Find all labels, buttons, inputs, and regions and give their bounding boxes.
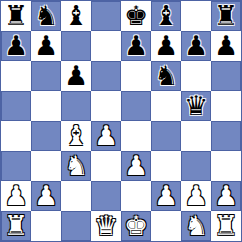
square-e8[interactable]: ♚ <box>121 1 151 31</box>
square-h3[interactable] <box>211 151 241 181</box>
white-bishop-piece: ♝ <box>64 121 88 151</box>
white-pawn-piece: ♟ <box>94 121 118 151</box>
square-c1[interactable] <box>61 211 91 241</box>
square-c5[interactable] <box>61 91 91 121</box>
white-pawn-piece: ♟ <box>214 181 238 211</box>
square-d1[interactable]: ♛ <box>91 211 121 241</box>
square-c3[interactable]: ♞ <box>61 151 91 181</box>
square-a7[interactable]: ♟ <box>1 31 31 61</box>
square-d8[interactable] <box>91 1 121 31</box>
white-rook-piece: ♜ <box>4 211 28 241</box>
black-bishop-piece: ♝ <box>64 1 88 31</box>
square-h7[interactable]: ♟ <box>211 31 241 61</box>
square-g3[interactable] <box>181 151 211 181</box>
square-e6[interactable] <box>121 61 151 91</box>
black-pawn-piece: ♟ <box>154 31 178 61</box>
white-pawn-piece: ♟ <box>184 181 208 211</box>
square-b8[interactable]: ♞ <box>31 1 61 31</box>
square-d5[interactable] <box>91 91 121 121</box>
square-g1[interactable]: ♞ <box>181 211 211 241</box>
black-pawn-piece: ♟ <box>64 61 88 91</box>
square-c2[interactable] <box>61 181 91 211</box>
white-rook-piece: ♜ <box>214 211 238 241</box>
square-g6[interactable] <box>181 61 211 91</box>
black-bishop-piece: ♝ <box>154 1 178 31</box>
white-knight-piece: ♞ <box>64 151 88 181</box>
square-f1[interactable] <box>151 211 181 241</box>
black-queen-piece: ♛ <box>184 91 208 121</box>
square-f8[interactable]: ♝ <box>151 1 181 31</box>
square-h4[interactable] <box>211 121 241 151</box>
square-d3[interactable] <box>91 151 121 181</box>
white-pawn-piece: ♟ <box>34 181 58 211</box>
white-king-piece: ♚ <box>124 211 148 241</box>
square-e4[interactable] <box>121 121 151 151</box>
square-g2[interactable]: ♟ <box>181 181 211 211</box>
square-a4[interactable] <box>1 121 31 151</box>
white-pawn-piece: ♟ <box>154 181 178 211</box>
square-a2[interactable]: ♟ <box>1 181 31 211</box>
square-h2[interactable]: ♟ <box>211 181 241 211</box>
square-b7[interactable]: ♟ <box>31 31 61 61</box>
chess-board: ♜♞♝♚♝♜♟♟♟♟♟♟♟♞♛♝♟♞♟♟♟♟♟♟♜♛♚♞♜ <box>0 0 242 242</box>
square-e1[interactable]: ♚ <box>121 211 151 241</box>
square-b4[interactable] <box>31 121 61 151</box>
square-h8[interactable]: ♜ <box>211 1 241 31</box>
square-a3[interactable] <box>1 151 31 181</box>
square-g4[interactable] <box>181 121 211 151</box>
square-b3[interactable] <box>31 151 61 181</box>
square-f5[interactable] <box>151 91 181 121</box>
black-pawn-piece: ♟ <box>4 31 28 61</box>
white-pawn-piece: ♟ <box>4 181 28 211</box>
square-d7[interactable] <box>91 31 121 61</box>
square-d6[interactable] <box>91 61 121 91</box>
square-a5[interactable] <box>1 91 31 121</box>
square-f6[interactable]: ♞ <box>151 61 181 91</box>
black-knight-piece: ♞ <box>154 61 178 91</box>
square-d4[interactable]: ♟ <box>91 121 121 151</box>
square-g5[interactable]: ♛ <box>181 91 211 121</box>
square-c6[interactable]: ♟ <box>61 61 91 91</box>
white-queen-piece: ♛ <box>94 211 118 241</box>
black-knight-piece: ♞ <box>34 1 58 31</box>
square-h5[interactable] <box>211 91 241 121</box>
square-c4[interactable]: ♝ <box>61 121 91 151</box>
square-a1[interactable]: ♜ <box>1 211 31 241</box>
square-e2[interactable] <box>121 181 151 211</box>
square-b6[interactable] <box>31 61 61 91</box>
square-h1[interactable]: ♜ <box>211 211 241 241</box>
square-c8[interactable]: ♝ <box>61 1 91 31</box>
black-pawn-piece: ♟ <box>214 31 238 61</box>
square-f4[interactable] <box>151 121 181 151</box>
square-a6[interactable] <box>1 61 31 91</box>
white-pawn-piece: ♟ <box>124 151 148 181</box>
square-e5[interactable] <box>121 91 151 121</box>
square-h6[interactable] <box>211 61 241 91</box>
square-e3[interactable]: ♟ <box>121 151 151 181</box>
square-f7[interactable]: ♟ <box>151 31 181 61</box>
square-f3[interactable] <box>151 151 181 181</box>
black-rook-piece: ♜ <box>214 1 238 31</box>
square-a8[interactable]: ♜ <box>1 1 31 31</box>
black-king-piece: ♚ <box>124 1 148 31</box>
square-f2[interactable]: ♟ <box>151 181 181 211</box>
square-g7[interactable]: ♟ <box>181 31 211 61</box>
white-knight-piece: ♞ <box>184 211 208 241</box>
square-b2[interactable]: ♟ <box>31 181 61 211</box>
square-b5[interactable] <box>31 91 61 121</box>
square-e7[interactable]: ♟ <box>121 31 151 61</box>
square-c7[interactable] <box>61 31 91 61</box>
black-pawn-piece: ♟ <box>184 31 208 61</box>
square-b1[interactable] <box>31 211 61 241</box>
square-d2[interactable] <box>91 181 121 211</box>
black-pawn-piece: ♟ <box>34 31 58 61</box>
black-rook-piece: ♜ <box>4 1 28 31</box>
black-pawn-piece: ♟ <box>124 31 148 61</box>
square-g8[interactable] <box>181 1 211 31</box>
